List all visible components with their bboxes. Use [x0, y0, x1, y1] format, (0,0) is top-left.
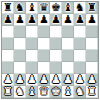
square-b7[interactable]: ♟ — [14, 14, 26, 26]
square-f3[interactable] — [62, 62, 74, 74]
square-h8[interactable]: ♜ — [86, 2, 98, 14]
black-bishop: ♝ — [27, 2, 37, 14]
square-e1[interactable]: ♚ — [50, 86, 62, 98]
square-b5[interactable] — [14, 38, 26, 50]
square-f5[interactable] — [62, 38, 74, 50]
square-h5[interactable] — [86, 38, 98, 50]
square-g4[interactable] — [74, 50, 86, 62]
white-pawn: ♟ — [27, 74, 37, 86]
black-knight: ♞ — [75, 2, 85, 14]
black-pawn: ♟ — [15, 14, 25, 26]
square-a6[interactable] — [2, 26, 14, 38]
black-pawn: ♟ — [75, 14, 85, 26]
square-e5[interactable] — [50, 38, 62, 50]
square-h1[interactable]: ♜ — [86, 86, 98, 98]
black-bishop: ♝ — [63, 2, 73, 14]
square-a5[interactable] — [2, 38, 14, 50]
square-b4[interactable] — [14, 50, 26, 62]
white-rook: ♜ — [87, 86, 97, 98]
square-d7[interactable]: ♟ — [38, 14, 50, 26]
square-c2[interactable]: ♟ — [26, 74, 38, 86]
black-pawn: ♟ — [87, 14, 97, 26]
square-b6[interactable] — [14, 26, 26, 38]
square-f7[interactable]: ♟ — [62, 14, 74, 26]
square-e3[interactable] — [50, 62, 62, 74]
white-pawn: ♟ — [51, 74, 61, 86]
square-g1[interactable]: ♞ — [74, 86, 86, 98]
square-d4[interactable] — [38, 50, 50, 62]
square-e8[interactable]: ♚ — [50, 2, 62, 14]
square-h3[interactable] — [86, 62, 98, 74]
square-f1[interactable]: ♝ — [62, 86, 74, 98]
white-queen: ♛ — [39, 86, 49, 98]
square-f4[interactable] — [62, 50, 74, 62]
square-g3[interactable] — [74, 62, 86, 74]
square-g6[interactable] — [74, 26, 86, 38]
square-d5[interactable] — [38, 38, 50, 50]
square-g8[interactable]: ♞ — [74, 2, 86, 14]
white-pawn: ♟ — [75, 74, 85, 86]
white-knight: ♞ — [15, 86, 25, 98]
black-king: ♚ — [51, 2, 61, 14]
black-pawn: ♟ — [51, 14, 61, 26]
square-a1[interactable]: ♜ — [2, 86, 14, 98]
square-a4[interactable] — [2, 50, 14, 62]
square-d3[interactable] — [38, 62, 50, 74]
square-a3[interactable] — [2, 62, 14, 74]
square-e6[interactable] — [50, 26, 62, 38]
square-b2[interactable]: ♟ — [14, 74, 26, 86]
square-e4[interactable] — [50, 50, 62, 62]
square-h7[interactable]: ♟ — [86, 14, 98, 26]
white-pawn: ♟ — [63, 74, 73, 86]
square-d8[interactable]: ♛ — [38, 2, 50, 14]
square-a8[interactable]: ♜ — [2, 2, 14, 14]
white-bishop: ♝ — [27, 86, 37, 98]
square-d2[interactable]: ♟ — [38, 74, 50, 86]
black-pawn: ♟ — [27, 14, 37, 26]
square-h6[interactable] — [86, 26, 98, 38]
white-rook: ♜ — [3, 86, 13, 98]
square-a2[interactable]: ♟ — [2, 74, 14, 86]
square-c6[interactable] — [26, 26, 38, 38]
square-c7[interactable]: ♟ — [26, 14, 38, 26]
black-queen: ♛ — [39, 2, 49, 14]
square-b3[interactable] — [14, 62, 26, 74]
square-g7[interactable]: ♟ — [74, 14, 86, 26]
square-c4[interactable] — [26, 50, 38, 62]
square-g5[interactable] — [74, 38, 86, 50]
square-c5[interactable] — [26, 38, 38, 50]
square-h4[interactable] — [86, 50, 98, 62]
square-e2[interactable]: ♟ — [50, 74, 62, 86]
white-pawn: ♟ — [87, 74, 97, 86]
black-rook: ♜ — [3, 2, 13, 14]
white-pawn: ♟ — [3, 74, 13, 86]
white-pawn: ♟ — [39, 74, 49, 86]
white-king: ♚ — [51, 86, 61, 98]
square-h2[interactable]: ♟ — [86, 74, 98, 86]
square-f2[interactable]: ♟ — [62, 74, 74, 86]
black-knight: ♞ — [15, 2, 25, 14]
square-g2[interactable]: ♟ — [74, 74, 86, 86]
black-pawn: ♟ — [3, 14, 13, 26]
square-f8[interactable]: ♝ — [62, 2, 74, 14]
square-c3[interactable] — [26, 62, 38, 74]
square-d1[interactable]: ♛ — [38, 86, 50, 98]
black-rook: ♜ — [87, 2, 97, 14]
square-f6[interactable] — [62, 26, 74, 38]
white-bishop: ♝ — [63, 86, 73, 98]
black-pawn: ♟ — [39, 14, 49, 26]
black-pawn: ♟ — [63, 14, 73, 26]
square-e7[interactable]: ♟ — [50, 14, 62, 26]
chess-board: ♜♞♝♛♚♝♞♜♟♟♟♟♟♟♟♟♟♟♟♟♟♟♟♟♜♞♝♛♚♝♞♜ — [1, 1, 99, 99]
square-c8[interactable]: ♝ — [26, 2, 38, 14]
square-a7[interactable]: ♟ — [2, 14, 14, 26]
square-b1[interactable]: ♞ — [14, 86, 26, 98]
square-d6[interactable] — [38, 26, 50, 38]
square-c1[interactable]: ♝ — [26, 86, 38, 98]
white-pawn: ♟ — [15, 74, 25, 86]
square-b8[interactable]: ♞ — [14, 2, 26, 14]
white-knight: ♞ — [75, 86, 85, 98]
